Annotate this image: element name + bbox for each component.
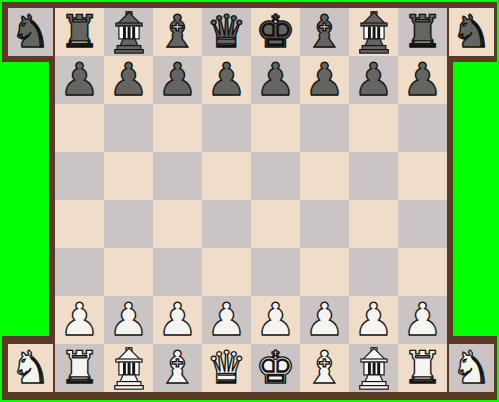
square-f6[interactable] <box>300 104 349 152</box>
square-e3[interactable] <box>251 248 300 296</box>
square-b5[interactable] <box>104 152 153 200</box>
square-h8[interactable]: ♜ <box>398 8 447 56</box>
square-e7[interactable]: ♟ <box>251 56 300 104</box>
square-g2[interactable]: ♟ <box>349 296 398 344</box>
square-b3[interactable] <box>104 248 153 296</box>
black-rook[interactable]: ♜ <box>59 9 99 54</box>
corner-square-bottom-right[interactable]: ♞ <box>449 344 494 392</box>
white-knight[interactable]: ♞ <box>10 345 50 390</box>
square-c2[interactable]: ♟ <box>153 296 202 344</box>
square-c7[interactable]: ♟ <box>153 56 202 104</box>
square-h1[interactable]: ♜ <box>398 344 447 392</box>
square-a6[interactable] <box>55 104 104 152</box>
square-h7[interactable]: ♟ <box>398 56 447 104</box>
corner-square-top-left[interactable]: ♞ <box>8 8 53 56</box>
white-tower-graphic <box>110 347 148 390</box>
square-e2[interactable]: ♟ <box>251 296 300 344</box>
square-c6[interactable] <box>153 104 202 152</box>
square-b6[interactable] <box>104 104 153 152</box>
square-b2[interactable]: ♟ <box>104 296 153 344</box>
square-f8[interactable]: ♝ <box>300 8 349 56</box>
white-pawn[interactable]: ♟ <box>157 297 197 342</box>
square-d5[interactable] <box>202 152 251 200</box>
square-h2[interactable]: ♟ <box>398 296 447 344</box>
square-d1[interactable]: ♛ <box>202 344 251 392</box>
game-window: ♜♝♛♚♝♜♟♟♟♟♟♟♟♟♟♟♟♟♟♟♟♟♜♝♛♚♝♜ ♞♞♞♞ <box>0 0 499 402</box>
square-f1[interactable]: ♝ <box>300 344 349 392</box>
black-pawn[interactable]: ♟ <box>206 57 246 102</box>
square-h5[interactable] <box>398 152 447 200</box>
black-knight[interactable]: ♞ <box>10 9 50 54</box>
square-b8[interactable] <box>104 8 153 56</box>
square-b4[interactable] <box>104 200 153 248</box>
square-e1[interactable]: ♚ <box>251 344 300 392</box>
square-d4[interactable] <box>202 200 251 248</box>
white-pawn[interactable]: ♟ <box>108 297 148 342</box>
square-g4[interactable] <box>349 200 398 248</box>
white-pawn[interactable]: ♟ <box>255 297 295 342</box>
square-d3[interactable] <box>202 248 251 296</box>
black-pawn[interactable]: ♟ <box>255 57 295 102</box>
square-f3[interactable] <box>300 248 349 296</box>
square-a1[interactable]: ♜ <box>55 344 104 392</box>
black-rook[interactable]: ♜ <box>402 9 442 54</box>
square-d7[interactable]: ♟ <box>202 56 251 104</box>
black-pawn[interactable]: ♟ <box>59 57 99 102</box>
corner-square-top-right[interactable]: ♞ <box>449 8 494 56</box>
square-c8[interactable]: ♝ <box>153 8 202 56</box>
white-rook[interactable]: ♜ <box>59 345 99 390</box>
black-king[interactable]: ♚ <box>255 9 295 54</box>
white-pawn[interactable]: ♟ <box>353 297 393 342</box>
square-e6[interactable] <box>251 104 300 152</box>
square-g3[interactable] <box>349 248 398 296</box>
square-a7[interactable]: ♟ <box>55 56 104 104</box>
square-g6[interactable] <box>349 104 398 152</box>
square-e4[interactable] <box>251 200 300 248</box>
square-h4[interactable] <box>398 200 447 248</box>
white-bishop[interactable]: ♝ <box>304 345 344 390</box>
square-a2[interactable]: ♟ <box>55 296 104 344</box>
black-pawn[interactable]: ♟ <box>108 57 148 102</box>
square-d2[interactable]: ♟ <box>202 296 251 344</box>
chess-board: ♜♝♛♚♝♜♟♟♟♟♟♟♟♟♟♟♟♟♟♟♟♟♜♝♛♚♝♜ <box>55 8 447 392</box>
square-g5[interactable] <box>349 152 398 200</box>
square-d6[interactable] <box>202 104 251 152</box>
square-c1[interactable]: ♝ <box>153 344 202 392</box>
black-pawn[interactable]: ♟ <box>402 57 442 102</box>
square-e5[interactable] <box>251 152 300 200</box>
white-pawn[interactable]: ♟ <box>59 297 99 342</box>
square-a5[interactable] <box>55 152 104 200</box>
square-d8[interactable]: ♛ <box>202 8 251 56</box>
square-c5[interactable] <box>153 152 202 200</box>
square-g7[interactable]: ♟ <box>349 56 398 104</box>
square-f4[interactable] <box>300 200 349 248</box>
square-h3[interactable] <box>398 248 447 296</box>
white-bishop[interactable]: ♝ <box>157 345 197 390</box>
black-pawn[interactable]: ♟ <box>353 57 393 102</box>
square-b1[interactable] <box>104 344 153 392</box>
white-queen[interactable]: ♛ <box>206 345 246 390</box>
white-pawn[interactable]: ♟ <box>304 297 344 342</box>
square-h6[interactable] <box>398 104 447 152</box>
white-pawn[interactable]: ♟ <box>402 297 442 342</box>
black-queen[interactable]: ♛ <box>206 9 246 54</box>
white-tower[interactable] <box>110 347 148 390</box>
white-pawn[interactable]: ♟ <box>206 297 246 342</box>
black-pawn[interactable]: ♟ <box>157 57 197 102</box>
square-c3[interactable] <box>153 248 202 296</box>
white-knight[interactable]: ♞ <box>451 345 491 390</box>
black-pawn[interactable]: ♟ <box>304 57 344 102</box>
square-b7[interactable]: ♟ <box>104 56 153 104</box>
square-g1[interactable] <box>349 344 398 392</box>
square-e8[interactable]: ♚ <box>251 8 300 56</box>
square-f5[interactable] <box>300 152 349 200</box>
black-bishop[interactable]: ♝ <box>304 9 344 54</box>
black-tower-graphic <box>355 11 393 54</box>
white-tower-graphic <box>355 347 393 390</box>
black-tower[interactable] <box>110 11 148 54</box>
square-a4[interactable] <box>55 200 104 248</box>
white-king[interactable]: ♚ <box>255 345 295 390</box>
square-f7[interactable]: ♟ <box>300 56 349 104</box>
white-rook[interactable]: ♜ <box>402 345 442 390</box>
square-a3[interactable] <box>55 248 104 296</box>
square-f2[interactable]: ♟ <box>300 296 349 344</box>
corner-square-bottom-left[interactable]: ♞ <box>8 344 53 392</box>
white-tower[interactable] <box>355 347 393 390</box>
black-tower-graphic <box>110 11 148 54</box>
black-bishop[interactable]: ♝ <box>157 9 197 54</box>
black-knight[interactable]: ♞ <box>451 9 491 54</box>
black-tower[interactable] <box>355 11 393 54</box>
square-a8[interactable]: ♜ <box>55 8 104 56</box>
square-c4[interactable] <box>153 200 202 248</box>
square-g8[interactable] <box>349 8 398 56</box>
